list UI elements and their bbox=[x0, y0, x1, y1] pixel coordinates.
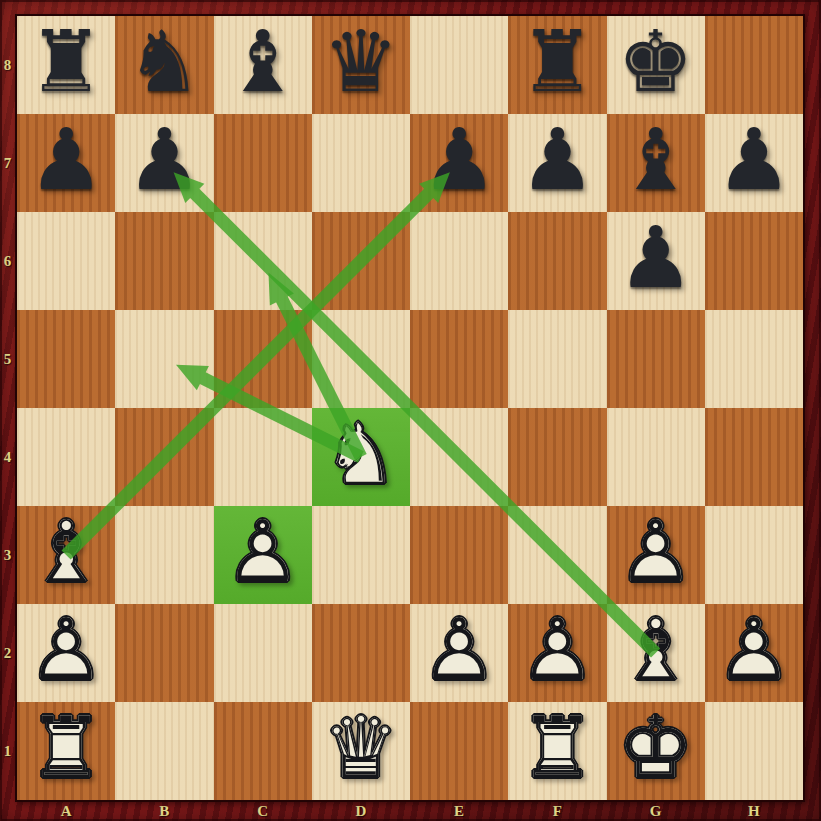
square-a1[interactable]: ♜♖ bbox=[17, 702, 115, 800]
piece-outline-glyph: ♗ bbox=[618, 607, 694, 692]
piece-glyph: ♟ bbox=[225, 509, 301, 594]
black-rook-f8: ♜ bbox=[508, 16, 606, 114]
white-pawn-a2: ♟♙ bbox=[17, 604, 115, 702]
piece-glyph: ♞ bbox=[323, 411, 399, 496]
square-h1[interactable] bbox=[705, 702, 803, 800]
square-h2[interactable]: ♟♙ bbox=[705, 604, 803, 702]
square-c5[interactable] bbox=[214, 310, 312, 408]
square-e4[interactable] bbox=[410, 408, 508, 506]
piece-glyph: ♟ bbox=[716, 117, 792, 202]
white-queen-d1: ♛♕ bbox=[312, 702, 410, 800]
square-f6[interactable] bbox=[508, 212, 606, 310]
piece-glyph: ♟ bbox=[519, 607, 595, 692]
piece-glyph: ♜ bbox=[28, 19, 104, 104]
square-d6[interactable] bbox=[312, 212, 410, 310]
square-c7[interactable] bbox=[214, 114, 312, 212]
chess-board: 87654321 ABCDEFGH ♜♞♝♛♜♚♟♟♟♟♝♟♟♞♘♝♗♟♙♟♙♟… bbox=[0, 0, 821, 821]
rank-labels: 87654321 bbox=[0, 16, 15, 800]
piece-outline-glyph: ♕ bbox=[323, 705, 399, 790]
black-king-g8: ♚ bbox=[607, 16, 705, 114]
square-h6[interactable] bbox=[705, 212, 803, 310]
square-c2[interactable] bbox=[214, 604, 312, 702]
piece-glyph: ♚ bbox=[618, 705, 694, 790]
black-pawn-e7: ♟ bbox=[410, 114, 508, 212]
file-label-g: G bbox=[607, 802, 705, 821]
square-a4[interactable] bbox=[17, 408, 115, 506]
white-king-g1: ♚♔ bbox=[607, 702, 705, 800]
square-b4[interactable] bbox=[115, 408, 213, 506]
square-g4[interactable] bbox=[607, 408, 705, 506]
square-b8[interactable]: ♞ bbox=[115, 16, 213, 114]
file-label-c: C bbox=[214, 802, 312, 821]
square-e1[interactable] bbox=[410, 702, 508, 800]
square-g7[interactable]: ♝ bbox=[607, 114, 705, 212]
square-a5[interactable] bbox=[17, 310, 115, 408]
square-d7[interactable] bbox=[312, 114, 410, 212]
square-h3[interactable] bbox=[705, 506, 803, 604]
piece-glyph: ♟ bbox=[421, 607, 497, 692]
square-d3[interactable] bbox=[312, 506, 410, 604]
white-rook-f1: ♜♖ bbox=[508, 702, 606, 800]
piece-glyph: ♛ bbox=[323, 19, 399, 104]
piece-glyph: ♟ bbox=[519, 117, 595, 202]
square-b1[interactable] bbox=[115, 702, 213, 800]
file-label-e: E bbox=[410, 802, 508, 821]
square-f5[interactable] bbox=[508, 310, 606, 408]
black-knight-b8: ♞ bbox=[115, 16, 213, 114]
file-label-b: B bbox=[115, 802, 213, 821]
white-pawn-c3: ♟♙ bbox=[214, 506, 312, 604]
board-inner: ♜♞♝♛♜♚♟♟♟♟♝♟♟♞♘♝♗♟♙♟♙♟♙♟♙♟♙♝♗♟♙♜♖♛♕♜♖♚♔ bbox=[15, 14, 805, 802]
rank-label-2: 2 bbox=[0, 604, 15, 702]
square-h8[interactable] bbox=[705, 16, 803, 114]
piece-glyph: ♟ bbox=[618, 509, 694, 594]
black-bishop-g7: ♝ bbox=[607, 114, 705, 212]
square-d4[interactable]: ♞♘ bbox=[312, 408, 410, 506]
square-e7[interactable]: ♟ bbox=[410, 114, 508, 212]
square-f3[interactable] bbox=[508, 506, 606, 604]
file-label-a: A bbox=[17, 802, 115, 821]
black-pawn-h7: ♟ bbox=[705, 114, 803, 212]
square-c1[interactable] bbox=[214, 702, 312, 800]
square-g6[interactable]: ♟ bbox=[607, 212, 705, 310]
piece-glyph: ♝ bbox=[618, 117, 694, 202]
piece-glyph: ♟ bbox=[28, 117, 104, 202]
square-d8[interactable]: ♛ bbox=[312, 16, 410, 114]
piece-glyph: ♜ bbox=[28, 705, 104, 790]
piece-outline-glyph: ♗ bbox=[28, 509, 104, 594]
rank-label-8: 8 bbox=[0, 16, 15, 114]
rank-label-7: 7 bbox=[0, 114, 15, 212]
square-b5[interactable] bbox=[115, 310, 213, 408]
white-rook-a1: ♜♖ bbox=[17, 702, 115, 800]
piece-outline-glyph: ♘ bbox=[323, 411, 399, 496]
piece-outline-glyph: ♙ bbox=[716, 607, 792, 692]
black-rook-a8: ♜ bbox=[17, 16, 115, 114]
file-label-f: F bbox=[508, 802, 606, 821]
piece-glyph: ♜ bbox=[519, 19, 595, 104]
piece-glyph: ♞ bbox=[126, 19, 202, 104]
square-b3[interactable] bbox=[115, 506, 213, 604]
square-b2[interactable] bbox=[115, 604, 213, 702]
black-queen-d8: ♛ bbox=[312, 16, 410, 114]
square-b6[interactable] bbox=[115, 212, 213, 310]
piece-glyph: ♟ bbox=[126, 117, 202, 202]
piece-outline-glyph: ♙ bbox=[519, 607, 595, 692]
square-a2[interactable]: ♟♙ bbox=[17, 604, 115, 702]
piece-outline-glyph: ♖ bbox=[28, 705, 104, 790]
board-grid: ♜♞♝♛♜♚♟♟♟♟♝♟♟♞♘♝♗♟♙♟♙♟♙♟♙♟♙♝♗♟♙♜♖♛♕♜♖♚♔ bbox=[17, 16, 803, 800]
rank-label-5: 5 bbox=[0, 310, 15, 408]
square-a8[interactable]: ♜ bbox=[17, 16, 115, 114]
square-a3[interactable]: ♝♗ bbox=[17, 506, 115, 604]
square-d5[interactable] bbox=[312, 310, 410, 408]
square-g2[interactable]: ♝♗ bbox=[607, 604, 705, 702]
piece-outline-glyph: ♖ bbox=[519, 705, 595, 790]
square-f2[interactable]: ♟♙ bbox=[508, 604, 606, 702]
square-c6[interactable] bbox=[214, 212, 312, 310]
black-bishop-c8: ♝ bbox=[214, 16, 312, 114]
square-e2[interactable]: ♟♙ bbox=[410, 604, 508, 702]
square-a6[interactable] bbox=[17, 212, 115, 310]
white-pawn-e2: ♟♙ bbox=[410, 604, 508, 702]
white-pawn-f2: ♟♙ bbox=[508, 604, 606, 702]
square-e8[interactable] bbox=[410, 16, 508, 114]
piece-glyph: ♟ bbox=[618, 215, 694, 300]
white-bishop-g2: ♝♗ bbox=[607, 604, 705, 702]
piece-outline-glyph: ♙ bbox=[28, 607, 104, 692]
file-label-h: H bbox=[705, 802, 803, 821]
rank-label-3: 3 bbox=[0, 506, 15, 604]
piece-glyph: ♟ bbox=[28, 607, 104, 692]
black-pawn-a7: ♟ bbox=[17, 114, 115, 212]
square-f8[interactable]: ♜ bbox=[508, 16, 606, 114]
piece-outline-glyph: ♔ bbox=[618, 705, 694, 790]
piece-glyph: ♟ bbox=[716, 607, 792, 692]
rank-label-4: 4 bbox=[0, 408, 15, 506]
square-h5[interactable] bbox=[705, 310, 803, 408]
square-g5[interactable] bbox=[607, 310, 705, 408]
file-label-d: D bbox=[312, 802, 410, 821]
white-pawn-g3: ♟♙ bbox=[607, 506, 705, 604]
piece-outline-glyph: ♙ bbox=[421, 607, 497, 692]
square-c4[interactable] bbox=[214, 408, 312, 506]
square-f4[interactable] bbox=[508, 408, 606, 506]
black-pawn-g6: ♟ bbox=[607, 212, 705, 310]
piece-glyph: ♜ bbox=[519, 705, 595, 790]
square-d2[interactable] bbox=[312, 604, 410, 702]
square-h4[interactable] bbox=[705, 408, 803, 506]
square-f7[interactable]: ♟ bbox=[508, 114, 606, 212]
square-e3[interactable] bbox=[410, 506, 508, 604]
black-pawn-f7: ♟ bbox=[508, 114, 606, 212]
square-g1[interactable]: ♚♔ bbox=[607, 702, 705, 800]
white-knight-d4: ♞♘ bbox=[312, 408, 410, 506]
piece-outline-glyph: ♙ bbox=[618, 509, 694, 594]
square-e5[interactable] bbox=[410, 310, 508, 408]
piece-glyph: ♟ bbox=[421, 117, 497, 202]
piece-glyph: ♝ bbox=[225, 19, 301, 104]
square-b7[interactable]: ♟ bbox=[115, 114, 213, 212]
square-g8[interactable]: ♚ bbox=[607, 16, 705, 114]
piece-glyph: ♝ bbox=[28, 509, 104, 594]
square-c3[interactable]: ♟♙ bbox=[214, 506, 312, 604]
black-pawn-b7: ♟ bbox=[115, 114, 213, 212]
white-bishop-a3: ♝♗ bbox=[17, 506, 115, 604]
square-g3[interactable]: ♟♙ bbox=[607, 506, 705, 604]
rank-label-6: 6 bbox=[0, 212, 15, 310]
square-f1[interactable]: ♜♖ bbox=[508, 702, 606, 800]
white-pawn-h2: ♟♙ bbox=[705, 604, 803, 702]
square-d1[interactable]: ♛♕ bbox=[312, 702, 410, 800]
piece-glyph: ♝ bbox=[618, 607, 694, 692]
piece-glyph: ♚ bbox=[618, 19, 694, 104]
square-h7[interactable]: ♟ bbox=[705, 114, 803, 212]
rank-label-1: 1 bbox=[0, 702, 15, 800]
piece-outline-glyph: ♙ bbox=[225, 509, 301, 594]
piece-glyph: ♛ bbox=[323, 705, 399, 790]
square-a7[interactable]: ♟ bbox=[17, 114, 115, 212]
square-e6[interactable] bbox=[410, 212, 508, 310]
square-c8[interactable]: ♝ bbox=[214, 16, 312, 114]
file-labels: ABCDEFGH bbox=[17, 802, 803, 821]
